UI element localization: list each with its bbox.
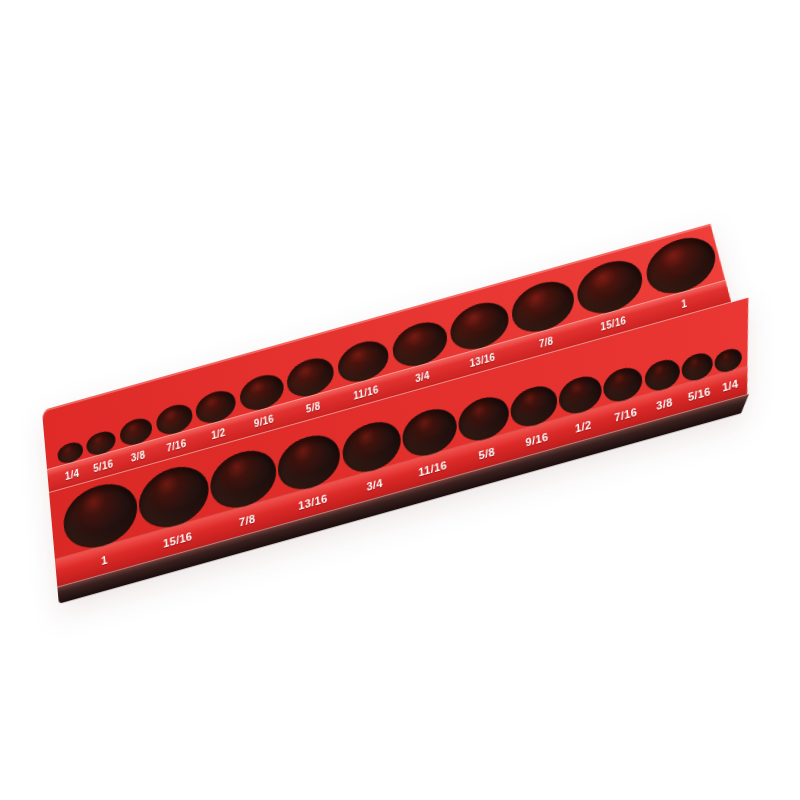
hole-label-cell: 1/4 [716, 376, 744, 396]
hole-size-label: 15/16 [163, 530, 193, 550]
hole-size-label: 7/16 [614, 406, 638, 425]
hole-size-label: 1/4 [722, 377, 739, 394]
hole-size-label: 1 [101, 553, 109, 567]
hole-label-cell: 7/16 [606, 403, 646, 426]
hole-size-label: 9/16 [254, 413, 275, 430]
hole-size-label: 11/16 [353, 384, 379, 402]
hole-size-label: 1/2 [211, 426, 226, 441]
hole-size-label: 1/4 [65, 467, 80, 482]
hole-size-label: 3/8 [656, 396, 673, 413]
hole-label-cell: 1/2 [562, 415, 605, 439]
hole-size-label: 9/16 [525, 430, 549, 449]
hole-size-label: 5/8 [306, 400, 321, 415]
hole-size-label: 7/16 [166, 437, 187, 454]
product-photo: 1/45/163/87/161/29/165/811/163/413/167/8… [0, 0, 800, 800]
hole-label-cell: 5/16 [89, 456, 119, 475]
hole-size-label: 3/4 [415, 369, 430, 384]
hole-size-label: 3/4 [366, 477, 383, 494]
hole-size-label: 7/8 [239, 512, 256, 529]
hole-size-label: 5/16 [687, 385, 711, 404]
hole-size-label: 13/16 [469, 351, 496, 369]
hole-size-label: 5/16 [93, 458, 114, 475]
hole-size-label: 7/8 [538, 335, 553, 350]
hole-size-label: 5/8 [478, 445, 495, 462]
hole-label-cell: 3/8 [121, 446, 154, 466]
hole-size-label: 11/16 [418, 459, 448, 479]
hole-size-label: 1/2 [575, 418, 592, 435]
hole-label-cell: 5/16 [683, 384, 715, 405]
hole-size-label: 1 [681, 297, 688, 310]
hole-size-label: 15/16 [600, 314, 627, 332]
hole-label-cell: 1/4 [59, 466, 85, 484]
hole-size-label: 13/16 [298, 492, 328, 512]
hole-size-label: 3/8 [130, 449, 145, 464]
hole-label-cell: 7/16 [158, 435, 195, 456]
hole-label-cell: 3/8 [647, 393, 683, 415]
hole-label-cell: 9/16 [513, 427, 560, 452]
socket-organizer-tray: 1/45/163/87/161/29/165/811/163/413/167/8… [42, 215, 758, 604]
